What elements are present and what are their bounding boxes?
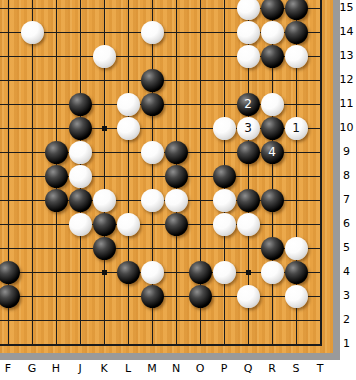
- row-label-7: 7: [337, 193, 356, 206]
- stone-black-o3: [189, 285, 212, 308]
- stone-white-p10: [213, 117, 236, 140]
- grid-line-vertical: [32, 0, 33, 346]
- stone-white-q14: [237, 21, 260, 44]
- column-label-p: P: [215, 362, 233, 375]
- stone-white-m9: [141, 141, 164, 164]
- stone-white-q3: [237, 285, 260, 308]
- stone-black-s14: [285, 21, 308, 44]
- row-label-11: 11: [337, 97, 356, 110]
- stone-black-q9: [237, 141, 260, 164]
- stone-black-m3: [141, 285, 164, 308]
- column-label-l: L: [119, 362, 137, 375]
- row-label-6: 6: [337, 217, 356, 230]
- go-app-board-area: 2314 FGHJKLMNOPQRST 15141312111098765432…: [0, 0, 356, 380]
- stone-white-k7: [93, 189, 116, 212]
- column-label-g: G: [23, 362, 41, 375]
- stone-black-q7: [237, 189, 260, 212]
- stone-black-j11: [69, 93, 92, 116]
- column-label-n: N: [167, 362, 185, 375]
- grid-line-vertical: [320, 0, 322, 346]
- stone-white-p4: [213, 261, 236, 284]
- column-label-o: O: [191, 362, 209, 375]
- stone-black-r7: [261, 189, 284, 212]
- stone-white-n7: [165, 189, 188, 212]
- stone-black-r13: [261, 45, 284, 68]
- stone-white-g14: [21, 21, 44, 44]
- move-number-label: 2: [244, 98, 252, 110]
- stone-black-r9: 4: [261, 141, 284, 164]
- column-label-k: K: [95, 362, 113, 375]
- column-label-r: R: [263, 362, 281, 375]
- column-label-t: T: [311, 362, 329, 375]
- stone-black-k5: [93, 237, 116, 260]
- star-point: [102, 270, 107, 275]
- column-label-j: J: [71, 362, 89, 375]
- stone-black-n9: [165, 141, 188, 164]
- move-number-label: 4: [268, 146, 276, 158]
- column-label-s: S: [287, 362, 305, 375]
- stone-white-s5: [285, 237, 308, 260]
- stone-black-r10: [261, 117, 284, 140]
- stone-black-f3: [0, 285, 20, 308]
- row-label-1: 1: [337, 337, 356, 350]
- stone-black-m11: [141, 93, 164, 116]
- stone-black-o4: [189, 261, 212, 284]
- row-label-8: 8: [337, 169, 356, 182]
- stone-black-p8: [213, 165, 236, 188]
- stone-black-n8: [165, 165, 188, 188]
- grid-line-horizontal: [0, 344, 322, 346]
- star-point: [246, 270, 251, 275]
- row-label-3: 3: [337, 289, 356, 302]
- stone-black-m12: [141, 69, 164, 92]
- row-label-10: 10: [337, 121, 356, 134]
- stone-white-q10: 3: [237, 117, 260, 140]
- stone-white-s3: [285, 285, 308, 308]
- stone-white-m14: [141, 21, 164, 44]
- stone-black-h7: [45, 189, 68, 212]
- stone-white-j8: [69, 165, 92, 188]
- star-point: [102, 126, 107, 131]
- stone-black-s15: [285, 0, 308, 20]
- stone-white-m4: [141, 261, 164, 284]
- move-number-label: 3: [244, 122, 252, 134]
- stone-black-h8: [45, 165, 68, 188]
- grid-line-vertical: [128, 0, 129, 346]
- row-label-4: 4: [337, 265, 356, 278]
- stone-white-l6: [117, 213, 140, 236]
- stone-black-n6: [165, 213, 188, 236]
- row-label-2: 2: [337, 313, 356, 326]
- stone-black-k6: [93, 213, 116, 236]
- stone-black-h9: [45, 141, 68, 164]
- stone-white-m7: [141, 189, 164, 212]
- stone-white-s13: [285, 45, 308, 68]
- row-label-15: 15: [337, 1, 356, 14]
- stone-black-s4: [285, 261, 308, 284]
- grid-line-horizontal: [0, 224, 322, 225]
- column-label-q: Q: [239, 362, 257, 375]
- stone-white-q15: [237, 0, 260, 20]
- stone-white-r4: [261, 261, 284, 284]
- move-number-label: 1: [292, 122, 300, 134]
- stone-white-p7: [213, 189, 236, 212]
- stone-black-r15: [261, 0, 284, 20]
- column-label-f: F: [0, 362, 17, 375]
- stone-white-j6: [69, 213, 92, 236]
- row-label-9: 9: [337, 145, 356, 158]
- stone-white-s10: 1: [285, 117, 308, 140]
- stone-black-r5: [261, 237, 284, 260]
- stone-black-j10: [69, 117, 92, 140]
- stone-white-j9: [69, 141, 92, 164]
- row-label-5: 5: [337, 241, 356, 254]
- grid-line-horizontal: [0, 320, 322, 321]
- board-edge-bottom: [0, 353, 340, 360]
- row-label-12: 12: [337, 73, 356, 86]
- stone-white-l11: [117, 93, 140, 116]
- stone-white-p6: [213, 213, 236, 236]
- go-board[interactable]: 2314: [0, 0, 333, 353]
- row-label-13: 13: [337, 49, 356, 62]
- stone-white-l10: [117, 117, 140, 140]
- stone-black-j7: [69, 189, 92, 212]
- stone-white-r11: [261, 93, 284, 116]
- stone-black-q11: 2: [237, 93, 260, 116]
- stone-white-r14: [261, 21, 284, 44]
- stone-white-k13: [93, 45, 116, 68]
- stone-white-q6: [237, 213, 260, 236]
- column-label-h: H: [47, 362, 65, 375]
- stone-black-f4: [0, 261, 20, 284]
- stone-white-q13: [237, 45, 260, 68]
- column-label-m: M: [143, 362, 161, 375]
- stone-black-l4: [117, 261, 140, 284]
- row-label-14: 14: [337, 25, 356, 38]
